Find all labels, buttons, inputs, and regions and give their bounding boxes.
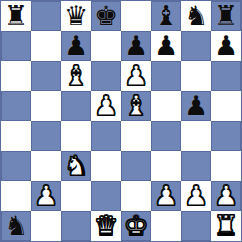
white-knight-piece[interactable]: ♞: [64, 152, 88, 179]
white-pawn-piece[interactable]: ♟: [214, 182, 238, 209]
square-h3[interactable]: [211, 151, 241, 181]
square-f3[interactable]: [151, 151, 181, 181]
square-f4[interactable]: [151, 121, 181, 151]
square-a5[interactable]: [1, 91, 31, 121]
black-rook-piece[interactable]: ♜: [4, 2, 28, 29]
square-b3[interactable]: [31, 151, 61, 181]
black-rook-piece[interactable]: ♜: [214, 2, 238, 29]
square-a7[interactable]: [1, 31, 31, 61]
square-h5[interactable]: [211, 91, 241, 121]
black-king-piece[interactable]: ♚: [94, 2, 118, 29]
white-pawn-piece[interactable]: ♟: [34, 182, 58, 209]
square-g3[interactable]: [181, 151, 211, 181]
square-a4[interactable]: [1, 121, 31, 151]
square-f2[interactable]: ♟: [151, 181, 181, 211]
square-e2[interactable]: [121, 181, 151, 211]
white-pawn-piece[interactable]: ♟: [124, 62, 148, 89]
square-b4[interactable]: [31, 121, 61, 151]
square-a6[interactable]: [1, 61, 31, 91]
chess-board: ♜♛♚♝♞♜♟♟♟♟♝♟♟♝♟♞♟♟♟♟♞♛♚♜: [0, 0, 242, 242]
square-g6[interactable]: [181, 61, 211, 91]
square-h8[interactable]: ♜: [211, 1, 241, 31]
square-d1[interactable]: ♛: [91, 211, 121, 241]
square-g1[interactable]: [181, 211, 211, 241]
black-knight-piece[interactable]: ♞: [4, 212, 28, 239]
square-h7[interactable]: ♟: [211, 31, 241, 61]
square-f8[interactable]: ♝: [151, 1, 181, 31]
square-g4[interactable]: [181, 121, 211, 151]
square-f5[interactable]: [151, 91, 181, 121]
black-bishop-piece[interactable]: ♝: [154, 2, 178, 29]
black-knight-piece[interactable]: ♞: [184, 2, 208, 29]
white-bishop-piece[interactable]: ♝: [64, 62, 88, 89]
square-h2[interactable]: ♟: [211, 181, 241, 211]
square-d5[interactable]: ♟: [91, 91, 121, 121]
square-e3[interactable]: [121, 151, 151, 181]
square-e8[interactable]: [121, 1, 151, 31]
black-pawn-piece[interactable]: ♟: [184, 92, 208, 119]
square-g8[interactable]: ♞: [181, 1, 211, 31]
square-e4[interactable]: [121, 121, 151, 151]
black-pawn-piece[interactable]: ♟: [214, 32, 238, 59]
square-c6[interactable]: ♝: [61, 61, 91, 91]
black-pawn-piece[interactable]: ♟: [124, 32, 148, 59]
square-b1[interactable]: [31, 211, 61, 241]
square-h1[interactable]: ♜: [211, 211, 241, 241]
white-rook-piece[interactable]: ♜: [214, 212, 238, 239]
white-pawn-piece[interactable]: ♟: [154, 182, 178, 209]
square-c3[interactable]: ♞: [61, 151, 91, 181]
square-c2[interactable]: [61, 181, 91, 211]
white-queen-piece[interactable]: ♛: [94, 212, 118, 239]
square-b8[interactable]: [31, 1, 61, 31]
black-queen-piece[interactable]: ♛: [64, 2, 88, 29]
square-b5[interactable]: [31, 91, 61, 121]
square-a2[interactable]: [1, 181, 31, 211]
white-pawn-piece[interactable]: ♟: [184, 182, 208, 209]
square-a1[interactable]: ♞: [1, 211, 31, 241]
square-d7[interactable]: [91, 31, 121, 61]
square-e6[interactable]: ♟: [121, 61, 151, 91]
square-a8[interactable]: ♜: [1, 1, 31, 31]
square-b7[interactable]: [31, 31, 61, 61]
square-d3[interactable]: [91, 151, 121, 181]
square-h4[interactable]: [211, 121, 241, 151]
square-g5[interactable]: ♟: [181, 91, 211, 121]
white-bishop-piece[interactable]: ♝: [124, 92, 148, 119]
square-g2[interactable]: ♟: [181, 181, 211, 211]
black-pawn-piece[interactable]: ♟: [154, 32, 178, 59]
square-d4[interactable]: [91, 121, 121, 151]
square-f1[interactable]: [151, 211, 181, 241]
square-e5[interactable]: ♝: [121, 91, 151, 121]
square-c8[interactable]: ♛: [61, 1, 91, 31]
square-c5[interactable]: [61, 91, 91, 121]
square-a3[interactable]: [1, 151, 31, 181]
square-e7[interactable]: ♟: [121, 31, 151, 61]
square-d2[interactable]: [91, 181, 121, 211]
square-f6[interactable]: [151, 61, 181, 91]
white-king-piece[interactable]: ♚: [124, 212, 148, 239]
white-pawn-piece[interactable]: ♟: [94, 92, 118, 119]
square-h6[interactable]: [211, 61, 241, 91]
square-c7[interactable]: ♟: [61, 31, 91, 61]
square-g7[interactable]: [181, 31, 211, 61]
black-pawn-piece[interactable]: ♟: [64, 32, 88, 59]
square-c1[interactable]: [61, 211, 91, 241]
square-b2[interactable]: ♟: [31, 181, 61, 211]
square-d8[interactable]: ♚: [91, 1, 121, 31]
square-f7[interactable]: ♟: [151, 31, 181, 61]
square-e1[interactable]: ♚: [121, 211, 151, 241]
square-d6[interactable]: [91, 61, 121, 91]
square-b6[interactable]: [31, 61, 61, 91]
square-c4[interactable]: [61, 121, 91, 151]
